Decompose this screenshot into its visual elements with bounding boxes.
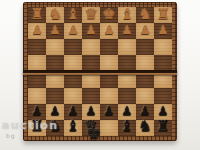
black-pawn[interactable]: ♟ — [104, 105, 115, 117]
black-knight[interactable]: ♞ — [48, 119, 61, 134]
square-c1[interactable]: ♝ — [64, 7, 82, 23]
square-h2[interactable]: ♟ — [154, 23, 172, 39]
square-f1[interactable]: ♝ — [118, 7, 136, 23]
square-b3[interactable] — [46, 39, 64, 55]
square-e7[interactable]: ♟ — [100, 104, 118, 120]
square-b8[interactable]: ♞ — [46, 120, 64, 136]
square-g1[interactable]: ♞ — [136, 7, 154, 23]
square-h1[interactable]: ♜ — [154, 7, 172, 23]
square-g6[interactable] — [136, 88, 154, 104]
black-pawn[interactable]: ♟ — [158, 105, 169, 117]
white-king[interactable]: ♚ — [102, 7, 115, 22]
square-g3[interactable] — [136, 39, 154, 55]
white-pawn[interactable]: ♟ — [140, 24, 151, 36]
white-pawn[interactable]: ♟ — [50, 24, 61, 36]
board-hinge-seam — [23, 70, 177, 75]
square-h3[interactable] — [154, 39, 172, 55]
white-knight[interactable]: ♞ — [138, 7, 151, 22]
black-bishop[interactable]: ♝ — [120, 119, 133, 134]
white-pawn[interactable]: ♟ — [86, 24, 97, 36]
square-b2[interactable]: ♟ — [46, 23, 64, 39]
black-pawn[interactable]: ♟ — [140, 105, 151, 117]
white-rook[interactable]: ♜ — [156, 7, 169, 22]
black-knight[interactable]: ♞ — [138, 119, 151, 134]
square-d6[interactable] — [82, 88, 100, 104]
white-rook[interactable]: ♜ — [30, 7, 43, 22]
square-e6[interactable] — [100, 88, 118, 104]
square-h8[interactable]: ♜ — [154, 120, 172, 136]
square-f3[interactable] — [118, 39, 136, 55]
square-e2[interactable]: ♟ — [100, 23, 118, 39]
white-bishop[interactable]: ♝ — [66, 7, 79, 22]
square-g2[interactable]: ♟ — [136, 23, 154, 39]
black-rook[interactable]: ♜ — [30, 119, 43, 134]
square-a3[interactable] — [28, 39, 46, 55]
square-a2[interactable]: ♟ — [28, 23, 46, 39]
square-h6[interactable] — [154, 88, 172, 104]
square-c3[interactable] — [64, 39, 82, 55]
white-queen[interactable]: ♛ — [84, 7, 97, 22]
square-a6[interactable] — [28, 88, 46, 104]
square-b1[interactable]: ♞ — [46, 7, 64, 23]
black-pawn[interactable]: ♟ — [50, 105, 61, 117]
white-knight[interactable]: ♞ — [48, 7, 61, 22]
square-f6[interactable] — [118, 88, 136, 104]
square-b6[interactable] — [46, 88, 64, 104]
black-pawn[interactable]: ♟ — [68, 105, 79, 117]
white-pawn[interactable]: ♟ — [68, 24, 79, 36]
white-pawn[interactable]: ♟ — [32, 24, 43, 36]
black-pawn[interactable]: ♟ — [122, 105, 133, 117]
off-board-black-piece[interactable]: ♚ — [86, 125, 101, 142]
white-pawn[interactable]: ♟ — [158, 24, 169, 36]
square-e3[interactable] — [100, 39, 118, 55]
square-d3[interactable] — [82, 39, 100, 55]
black-bishop[interactable]: ♝ — [66, 119, 79, 134]
square-d1[interactable]: ♛ — [82, 7, 100, 23]
chess-board: ♜♞♝♛♚♝♞♜♟♟♟♟♟♟♟♟♟♟♟♟♟♟♟♟♜♞♝♛♝♞♜ — [23, 2, 177, 141]
black-rook[interactable]: ♜ — [156, 119, 169, 134]
square-c6[interactable] — [64, 88, 82, 104]
square-a8[interactable]: ♜ — [28, 120, 46, 136]
square-g8[interactable]: ♞ — [136, 120, 154, 136]
white-pawn[interactable]: ♟ — [104, 24, 115, 36]
square-a1[interactable]: ♜ — [28, 7, 46, 23]
square-c2[interactable]: ♟ — [64, 23, 82, 39]
square-e8[interactable] — [100, 120, 118, 136]
square-d2[interactable]: ♟ — [82, 23, 100, 39]
white-pawn[interactable]: ♟ — [122, 24, 133, 36]
white-bishop[interactable]: ♝ — [120, 7, 133, 22]
square-c8[interactable]: ♝ — [64, 120, 82, 136]
photo-background: ♜♞♝♛♚♝♞♜♟♟♟♟♟♟♟♟♟♟♟♟♟♟♟♟♜♞♝♛♝♞♜ ♚ auctio… — [0, 0, 200, 150]
black-pawn[interactable]: ♟ — [86, 105, 97, 117]
square-f2[interactable]: ♟ — [118, 23, 136, 39]
square-f8[interactable]: ♝ — [118, 120, 136, 136]
black-pawn[interactable]: ♟ — [32, 105, 43, 117]
square-e1[interactable]: ♚ — [100, 7, 118, 23]
